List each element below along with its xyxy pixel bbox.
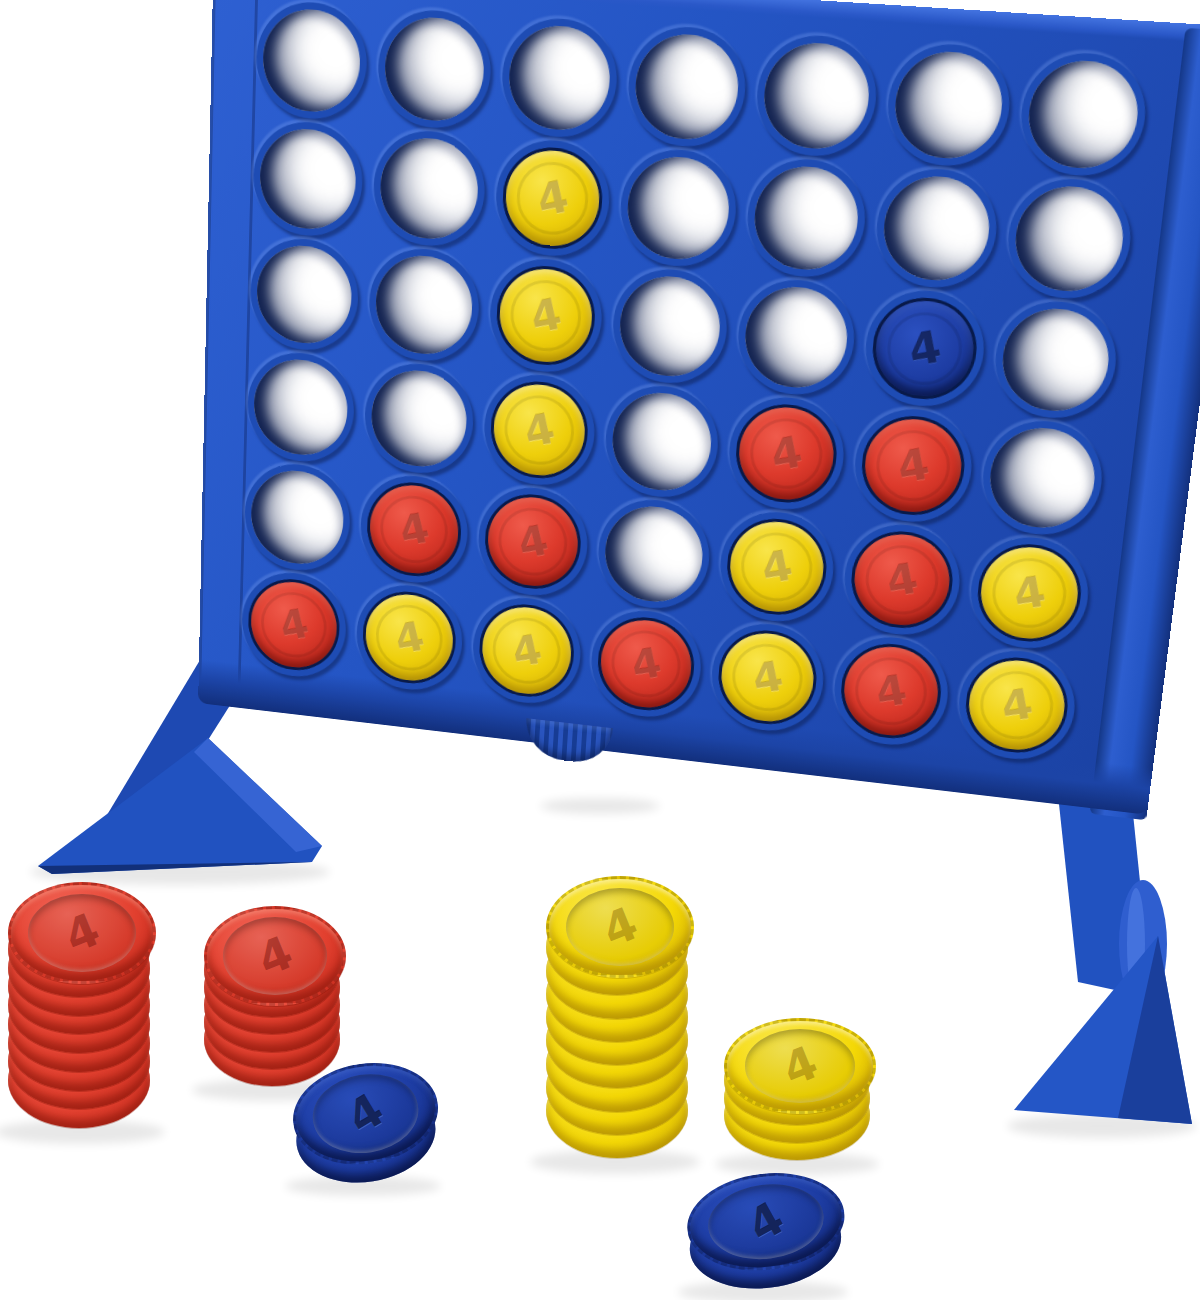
empty-hole [370,367,469,471]
empty-hole [625,154,733,263]
hole-ring: 4 [733,400,841,507]
embossed-4: 4 [520,407,558,454]
empty-hole [507,23,613,133]
empty-hole [379,135,481,243]
cell-r1c7[interactable] [1019,53,1148,176]
empty-hole [998,305,1114,415]
yellow-disc[interactable]: 4 [504,147,602,249]
embossed-4: 4 [777,1039,824,1094]
yellow-disc-top-face: 4 [546,876,694,978]
yellow-disc[interactable]: 4 [727,518,827,617]
embossed-4: 4 [1010,569,1049,616]
cell-r5c5[interactable]: 4 [720,510,835,623]
empty-hole [262,7,362,115]
cell-r6c5[interactable]: 4 [711,622,824,734]
cell-r2c7[interactable] [1006,178,1133,299]
cell-r3c2[interactable] [370,248,478,362]
embossed-4: 4 [905,324,944,373]
embossed-4: 4 [59,906,106,961]
yellow-disc[interactable]: 4 [480,603,573,699]
cell-r3c5[interactable] [737,279,855,396]
cell-r3c3[interactable]: 4 [490,258,601,373]
cell-r1c2[interactable] [379,10,490,128]
yellow-disc[interactable]: 4 [965,656,1070,755]
yellow-disc[interactable]: 4 [498,265,595,365]
yellow-disc[interactable]: 4 [492,381,588,480]
cell-r4c6[interactable]: 4 [854,408,974,524]
cell-r4c7[interactable] [981,419,1105,536]
cell-r2c2[interactable] [375,131,485,247]
cell-r5c2[interactable]: 4 [362,474,467,585]
yellow-disc-stack-tall[interactable]: 4 [546,876,688,1158]
empty-hole [742,283,852,392]
cell-r2c3[interactable]: 4 [496,140,609,257]
hole-ring: 4 [477,600,576,702]
cell-r1c3[interactable] [503,18,618,137]
red-disc-top-face: 4 [204,906,346,1006]
cell-r1c6[interactable] [886,44,1012,166]
cell-r1c4[interactable] [628,27,746,147]
red-disc[interactable]: 4 [851,530,954,630]
hole-ring: 4 [961,653,1072,758]
cell-r5c4[interactable] [598,498,710,610]
cell-r4c1[interactable] [249,352,353,463]
embossed-4: 4 [597,900,644,955]
cell-r3c7[interactable] [993,300,1119,419]
red-disc[interactable]: 4 [841,642,943,740]
cell-r4c5[interactable]: 4 [728,396,845,511]
cell-r6c6[interactable]: 4 [833,635,950,748]
cell-r4c2[interactable] [366,362,473,474]
embossed-4: 4 [767,430,806,478]
empty-hole [1011,183,1129,295]
cell-r5c3[interactable]: 4 [479,486,588,598]
cell-r6c7[interactable]: 4 [957,648,1077,761]
empty-hole [1024,57,1144,171]
embossed-4: 4 [526,291,565,339]
empty-hole [891,49,1007,162]
hole-ring: 4 [361,587,457,688]
embossed-4: 4 [514,519,552,565]
embossed-4: 4 [872,668,910,713]
empty-hole [374,252,474,358]
red-disc[interactable]: 4 [598,616,694,712]
cell-r2c5[interactable] [747,159,867,278]
cell-r4c4[interactable] [606,385,719,499]
cell-r2c6[interactable] [875,168,999,288]
embossed-4: 4 [894,442,933,490]
embossed-4: 4 [340,1086,391,1142]
hole-ring: 4 [483,490,583,593]
empty-hole [259,126,358,233]
red-disc[interactable]: 4 [861,415,966,516]
red-disc[interactable]: 4 [250,578,338,672]
cell-r5c6[interactable]: 4 [843,523,961,637]
empty-hole [256,242,353,347]
embossed-4: 4 [275,603,312,647]
cell-r5c1[interactable] [246,462,348,572]
embossed-4: 4 [533,173,572,223]
connect4-board: 444444444444444444 [198,0,1200,815]
hole-ring: 4 [724,514,830,619]
connect4-product-photo: 444444444444444444 444444 [0,0,1200,1300]
embossed-4: 4 [508,628,545,672]
hole-ring: 4 [501,144,606,252]
empty-hole [250,467,345,569]
yellow-disc[interactable]: 4 [718,629,817,726]
empty-hole [880,173,995,284]
embossed-4: 4 [748,655,786,700]
yellow-disc-stack-short[interactable]: 4 [724,1018,870,1160]
empty-hole [602,502,705,606]
embossed-4: 4 [627,642,665,687]
hole-ring: 4 [715,626,820,729]
cell-r2c1[interactable] [255,122,361,237]
hole-ring: 4 [595,613,697,716]
navy-disc-right[interactable]: 4 [682,1165,847,1297]
navy-disc-left[interactable]: 4 [286,1054,443,1192]
cell-r3c1[interactable] [252,238,357,351]
empty-hole [632,31,741,142]
hole-ring: 4 [495,262,598,369]
board-grid: 444444444444444444 [244,2,1149,762]
hole-ring: 4 [973,540,1086,647]
cell-r6c4[interactable]: 4 [591,609,701,720]
empty-hole [253,356,349,459]
embossed-4: 4 [391,616,428,660]
hole-ring: 4 [366,478,464,580]
embossed-4: 4 [395,507,432,552]
cell-r4c3[interactable]: 4 [485,373,595,486]
yellow-disc[interactable]: 4 [364,590,455,685]
embossed-4: 4 [741,1194,791,1250]
cell-r1c5[interactable] [756,35,878,156]
hole-ring: 4 [858,412,969,520]
empty-hole [383,15,486,124]
red-disc[interactable]: 4 [486,493,580,590]
embossed-4: 4 [883,556,921,603]
hole-ring: 4 [869,294,982,403]
hole-ring: 4 [837,639,945,743]
hole-ring: 4 [489,378,591,483]
cell-r6c2[interactable]: 4 [358,583,462,692]
navy-disc[interactable]: 4 [872,297,978,400]
embossed-4: 4 [758,544,796,590]
cell-r2c4[interactable] [620,149,736,267]
yellow-disc-top-face: 4 [724,1018,876,1114]
empty-hole [760,40,873,152]
yellow-disc[interactable]: 4 [977,543,1083,643]
cell-r3c6[interactable]: 4 [864,289,986,407]
cell-r6c1[interactable]: 4 [244,571,345,679]
red-disc-top-face: 4 [8,882,156,984]
red-disc-stack-short[interactable]: 4 [204,906,340,1086]
red-disc[interactable]: 4 [368,481,460,577]
red-disc-stack-tall[interactable]: 4 [8,882,150,1128]
cell-r5c7[interactable]: 4 [969,535,1091,650]
embossed-4: 4 [997,682,1035,728]
empty-hole [617,273,723,381]
hole-ring: 4 [247,575,341,675]
cell-r3c4[interactable] [613,268,728,384]
empty-hole [985,424,1100,533]
red-disc[interactable]: 4 [736,403,837,503]
empty-hole [610,389,715,495]
embossed-4: 4 [252,929,299,984]
hole-ring: 4 [847,527,957,633]
empty-hole [751,163,862,273]
cell-r6c3[interactable]: 4 [473,596,580,706]
cell-r1c1[interactable] [258,2,366,119]
